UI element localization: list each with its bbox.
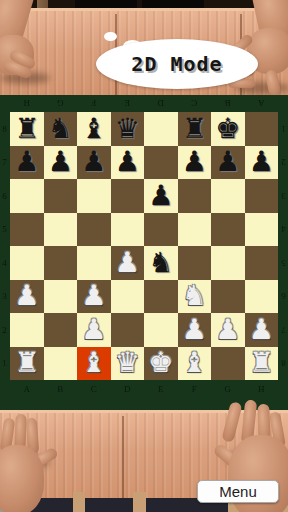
rank-label-8: 8 (279, 347, 288, 381)
black-rook[interactable]: ♜ (182, 115, 207, 143)
white-pawn[interactable]: ♟ (81, 282, 106, 310)
chess-board: ♜♞♝♛♜♚♟♟♟♟♟♟♟♟♟♞♟♟♞♟♟♟♟♜♝♛♚♝♜ (10, 112, 278, 380)
rank-label-2: 2 (279, 146, 288, 180)
rank-label-7: 7 (0, 146, 9, 180)
rank-label-3: 3 (0, 280, 9, 314)
square-h1[interactable]: ♜ (245, 347, 279, 381)
file-label-d: D (144, 98, 178, 108)
square-c8[interactable]: ♝ (77, 112, 111, 146)
white-pawn[interactable]: ♟ (249, 316, 274, 344)
black-rook[interactable]: ♜ (14, 115, 39, 143)
square-a7[interactable]: ♟ (10, 146, 44, 180)
rank-label-4: 4 (0, 246, 9, 280)
rank-labels-right: 87654321 (279, 112, 288, 380)
rank-label-4: 4 (279, 213, 288, 247)
black-king[interactable]: ♚ (215, 115, 240, 143)
square-d1[interactable]: ♛ (111, 347, 145, 381)
file-label-c: C (178, 98, 212, 108)
square-g5[interactable] (211, 213, 245, 247)
square-g8[interactable]: ♚ (211, 112, 245, 146)
square-b1[interactable] (44, 347, 78, 381)
black-pawn[interactable]: ♟ (249, 148, 274, 176)
square-g7[interactable]: ♟ (211, 146, 245, 180)
player-left-hand (0, 445, 44, 512)
black-pawn[interactable]: ♟ (215, 148, 240, 176)
file-label-a: A (245, 98, 279, 108)
square-h6[interactable] (245, 179, 279, 213)
file-labels-top: ABCDEFGH (10, 98, 278, 108)
square-c7[interactable]: ♟ (77, 146, 111, 180)
file-label-f: F (178, 384, 212, 394)
chess-app-screen: 2D Mode ABCDEFGH ABCDEFGH 87654321 87654… (0, 0, 288, 512)
square-h8[interactable] (245, 112, 279, 146)
square-b5[interactable] (44, 213, 78, 247)
rank-label-1: 1 (279, 112, 288, 146)
square-a1[interactable]: ♜ (10, 347, 44, 381)
table-leg (133, 492, 146, 512)
rank-label-1: 1 (0, 347, 9, 381)
square-a4[interactable] (10, 246, 44, 280)
square-g4[interactable] (211, 246, 245, 280)
white-pawn[interactable]: ♟ (115, 249, 140, 277)
square-e1[interactable]: ♚ (144, 347, 178, 381)
square-f3[interactable]: ♞ (178, 280, 212, 314)
square-g2[interactable]: ♟ (211, 313, 245, 347)
white-pawn[interactable]: ♟ (81, 316, 106, 344)
square-f4[interactable] (178, 246, 212, 280)
file-label-e: E (111, 98, 145, 108)
file-label-h: H (10, 98, 44, 108)
square-c1[interactable]: ♝ (77, 347, 111, 381)
square-a8[interactable]: ♜ (10, 112, 44, 146)
file-label-a: A (10, 384, 44, 394)
square-g3[interactable] (211, 280, 245, 314)
square-a2[interactable] (10, 313, 44, 347)
menu-button[interactable]: Menu (197, 480, 279, 503)
black-pawn[interactable]: ♟ (48, 148, 73, 176)
white-pawn[interactable]: ♟ (14, 282, 39, 310)
square-h3[interactable] (245, 280, 279, 314)
file-label-e: E (144, 384, 178, 394)
square-a6[interactable] (10, 179, 44, 213)
white-king[interactable]: ♚ (148, 349, 173, 377)
black-pawn[interactable]: ♟ (115, 148, 140, 176)
square-e4[interactable]: ♞ (144, 246, 178, 280)
file-label-b: B (44, 384, 78, 394)
square-b6[interactable] (44, 179, 78, 213)
white-knight[interactable]: ♞ (182, 282, 207, 310)
square-e8[interactable] (144, 112, 178, 146)
board-frame: ABCDEFGH ABCDEFGH 87654321 87654321 ♜♞♝♛… (0, 95, 288, 410)
square-b8[interactable]: ♞ (44, 112, 78, 146)
square-d5[interactable] (111, 213, 145, 247)
square-c4[interactable] (77, 246, 111, 280)
square-e5[interactable] (144, 213, 178, 247)
rank-labels-left: 87654321 (0, 112, 9, 380)
square-g1[interactable] (211, 347, 245, 381)
rank-label-6: 6 (279, 280, 288, 314)
speech-bubble: 2D Mode (96, 39, 258, 89)
table-plank-seam (122, 416, 124, 501)
file-label-h: H (245, 384, 279, 394)
rank-label-2: 2 (0, 313, 9, 347)
square-b7[interactable]: ♟ (44, 146, 78, 180)
rank-label-8: 8 (0, 112, 9, 146)
square-d2[interactable] (111, 313, 145, 347)
square-f1[interactable]: ♝ (178, 347, 212, 381)
file-label-g: G (44, 98, 78, 108)
square-a5[interactable] (10, 213, 44, 247)
square-d7[interactable]: ♟ (111, 146, 145, 180)
square-f2[interactable]: ♟ (178, 313, 212, 347)
square-h2[interactable]: ♟ (245, 313, 279, 347)
black-pawn[interactable]: ♟ (148, 182, 173, 210)
white-queen[interactable]: ♛ (115, 349, 140, 377)
square-h4[interactable] (245, 246, 279, 280)
black-pawn[interactable]: ♟ (182, 148, 207, 176)
square-c3[interactable]: ♟ (77, 280, 111, 314)
white-rook[interactable]: ♜ (249, 349, 274, 377)
square-h7[interactable]: ♟ (245, 146, 279, 180)
rank-label-5: 5 (279, 246, 288, 280)
rank-label-3: 3 (279, 179, 288, 213)
white-bishop[interactable]: ♝ (81, 349, 106, 377)
square-f6[interactable] (178, 179, 212, 213)
square-g6[interactable] (211, 179, 245, 213)
menu-button-label: Menu (219, 483, 257, 500)
square-c6[interactable] (77, 179, 111, 213)
square-d8[interactable]: ♛ (111, 112, 145, 146)
file-label-d: D (111, 384, 145, 394)
square-b3[interactable] (44, 280, 78, 314)
square-b2[interactable] (44, 313, 78, 347)
rank-label-6: 6 (0, 179, 9, 213)
square-e3[interactable] (144, 280, 178, 314)
black-pawn[interactable]: ♟ (81, 148, 106, 176)
black-queen[interactable]: ♛ (115, 115, 140, 143)
white-pawn[interactable]: ♟ (215, 316, 240, 344)
black-bishop[interactable]: ♝ (81, 115, 106, 143)
square-d6[interactable] (111, 179, 145, 213)
square-e6[interactable]: ♟ (144, 179, 178, 213)
file-label-c: C (77, 384, 111, 394)
square-e2[interactable] (144, 313, 178, 347)
bubble-trail (104, 32, 117, 41)
table-leg (73, 492, 85, 512)
rank-label-7: 7 (279, 313, 288, 347)
square-f8[interactable]: ♜ (178, 112, 212, 146)
black-knight[interactable]: ♞ (148, 249, 173, 277)
square-e7[interactable] (144, 146, 178, 180)
white-rook[interactable]: ♜ (14, 349, 39, 377)
file-label-b: B (211, 98, 245, 108)
square-f7[interactable]: ♟ (178, 146, 212, 180)
file-labels-bottom: ABCDEFGH (10, 384, 278, 394)
file-label-g: G (211, 384, 245, 394)
square-b4[interactable] (44, 246, 78, 280)
white-bishop[interactable]: ♝ (182, 349, 207, 377)
black-knight[interactable]: ♞ (48, 115, 73, 143)
file-label-f: F (77, 98, 111, 108)
square-d4[interactable]: ♟ (111, 246, 145, 280)
square-d3[interactable] (111, 280, 145, 314)
black-pawn[interactable]: ♟ (14, 148, 39, 176)
square-f5[interactable] (178, 213, 212, 247)
square-h5[interactable] (245, 213, 279, 247)
square-c5[interactable] (77, 213, 111, 247)
rank-label-5: 5 (0, 213, 9, 247)
square-c2[interactable]: ♟ (77, 313, 111, 347)
square-a3[interactable]: ♟ (10, 280, 44, 314)
white-pawn[interactable]: ♟ (182, 316, 207, 344)
mode-label: 2D Mode (131, 52, 222, 76)
